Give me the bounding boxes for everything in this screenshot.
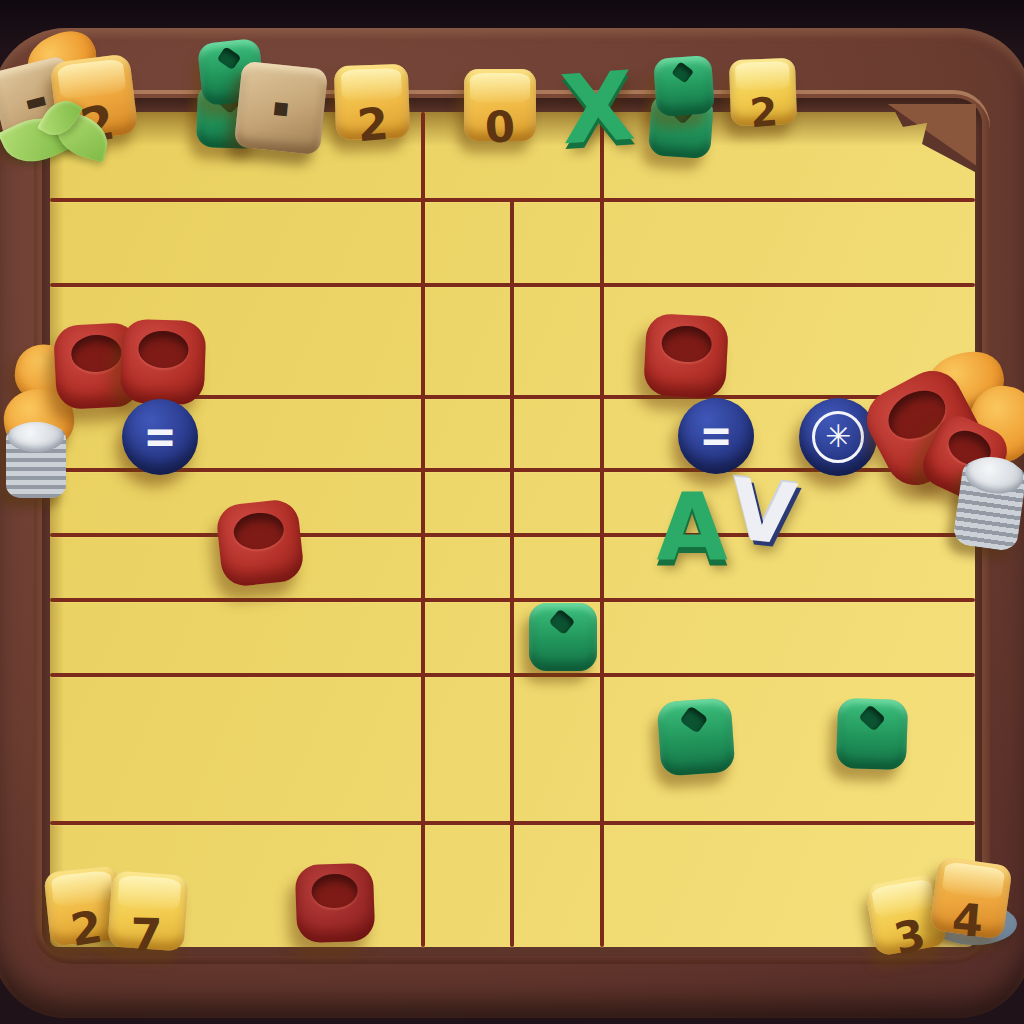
orange-die-0[interactable]: 0 xyxy=(464,69,536,141)
glyph-label: 2 xyxy=(334,100,412,151)
silver-coin-stack[interactable] xyxy=(952,458,1024,552)
v-grid-line-3 xyxy=(600,112,604,947)
green-nut-token[interactable] xyxy=(653,55,715,117)
glyph-label: X xyxy=(557,58,637,158)
red-hex-token[interactable] xyxy=(643,313,729,399)
green-nut-token[interactable] xyxy=(657,698,736,777)
green-nut-token[interactable] xyxy=(836,698,908,770)
glyph-label: A xyxy=(656,482,727,574)
tan-cube-token[interactable]: ▪ xyxy=(234,61,329,156)
white-letter-v-token[interactable]: V xyxy=(717,466,809,558)
glyph-label: V xyxy=(726,467,799,557)
glyph-label: 0 xyxy=(463,105,537,152)
v-grid-line-1 xyxy=(421,112,425,947)
red-hex-token[interactable] xyxy=(120,319,207,406)
red-hex-token[interactable] xyxy=(215,498,305,588)
square-hole-label: ▪ xyxy=(271,94,291,121)
green-letter-x-token[interactable]: X xyxy=(546,57,647,158)
blue-dome-equals-token[interactable]: = xyxy=(122,399,198,475)
equals-label: = xyxy=(699,412,732,459)
red-cube-token[interactable] xyxy=(295,863,376,944)
orange-die-2[interactable]: 2 xyxy=(334,64,411,141)
orange-die-4[interactable]: 4 xyxy=(929,856,1013,940)
glyph-label: 2 xyxy=(729,90,798,135)
spoked-wheel-icon-label: ✳ xyxy=(812,411,865,464)
game-screenshot: ▬2▪20X2==✳AV2734 xyxy=(0,0,1024,1024)
v-grid-line-2 xyxy=(510,200,514,947)
glyph-label: 7 xyxy=(108,912,185,959)
glyph-label: 4 xyxy=(929,896,1007,947)
silver-coin-stack[interactable] xyxy=(6,426,66,498)
green-nut-token[interactable] xyxy=(529,603,597,671)
orange-die-7[interactable]: 7 xyxy=(107,870,188,951)
equals-label: = xyxy=(143,413,176,460)
orange-die-2[interactable]: 2 xyxy=(729,58,797,126)
blue-dome-wheel-token[interactable]: ✳ xyxy=(799,398,877,476)
